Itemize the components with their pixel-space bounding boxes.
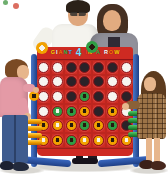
cell-r2c7[interactable] [119,75,133,90]
empty-hole [52,91,63,102]
logo-letter: A [96,50,100,56]
logo-letter: G [51,50,55,56]
girl-shoe [151,161,166,170]
boy-shoe [0,161,14,170]
cell-r5c4[interactable] [78,119,92,134]
cell-r2c5[interactable] [92,75,106,90]
green-disc [79,91,90,102]
girl-leg [154,138,160,162]
logo-letter: A [58,50,62,56]
logo-big-4: 4 [76,48,82,58]
empty-hole [52,76,63,87]
held-green-disc [86,41,98,53]
green-disc [52,106,63,117]
cell-r4c4[interactable] [78,104,92,119]
empty-hole [38,91,49,102]
board-grid [37,60,133,148]
cell-r4c5[interactable] [92,104,106,119]
held-yellow-disc [36,42,48,54]
adult-shoe [72,158,98,164]
woman-face [103,10,121,31]
empty-hole [38,106,49,117]
glasses-icon [70,12,86,16]
logo-letter: R [104,50,108,56]
empty-hole [107,62,118,73]
yellow-disc [93,120,104,131]
logo-letter: O [109,50,113,56]
cell-r3c3[interactable] [64,89,78,104]
game-logo: GIANT4INAROW [51,48,120,58]
yellow-disc [107,106,118,117]
empty-hole [38,62,49,73]
empty-hole [93,76,104,87]
cell-r1c6[interactable] [106,60,120,75]
girl-hand [122,103,129,110]
cell-r4c1[interactable] [37,104,51,119]
cell-r5c3[interactable] [64,119,78,134]
cell-r1c7[interactable] [119,60,133,75]
yellow-disc [93,135,104,146]
cell-r4c2[interactable] [51,104,65,119]
logo-letter: W [114,50,119,56]
cell-r3c4[interactable] [78,89,92,104]
yellow-disc [52,120,63,131]
yellow-disc [79,135,90,146]
green-disc [66,135,77,146]
cell-r6c6[interactable] [106,133,120,148]
board-top-bar: GIANT4INAROW [37,47,133,60]
cell-r5c6[interactable] [106,119,120,134]
boy-jeans [2,115,28,163]
empty-hole [66,91,77,102]
cell-r4c6[interactable] [106,104,120,119]
logo-letter: T [68,50,71,56]
logo-letter: N [63,50,67,56]
empty-hole [93,62,104,73]
cell-r4c3[interactable] [64,104,78,119]
cell-r2c3[interactable] [64,75,78,90]
girl-plaid-dress [137,93,166,139]
cell-r3c1[interactable] [37,89,51,104]
yellow-spare-disc [26,140,42,145]
empty-hole [121,62,132,73]
green-disc [66,106,77,117]
empty-hole [93,106,104,117]
girl-leg [146,138,152,162]
cell-r2c1[interactable] [37,75,51,90]
empty-hole [79,62,90,73]
cell-r1c2[interactable] [51,60,65,75]
empty-hole [93,91,104,102]
empty-hole [107,91,118,102]
boy-hand [33,87,39,93]
empty-hole [66,76,77,87]
cell-r6c4[interactable] [78,133,92,148]
empty-hole [79,76,90,87]
empty-hole [66,62,77,73]
scene-giant-connect-four: GIANT4INAROW [0,0,168,175]
yellow-disc [107,135,118,146]
cell-r5c2[interactable] [51,119,65,134]
girl-face [144,77,156,91]
empty-hole [38,76,49,87]
cell-r1c3[interactable] [64,60,78,75]
boy-shoe [13,162,29,171]
background-speck [13,3,19,9]
yellow-spare-disc [26,126,42,131]
yellow-spare-disc [26,133,42,138]
cell-r5c5[interactable] [92,119,106,134]
yellow-disc [52,135,63,146]
yellow-disc [79,106,90,117]
cell-r6c2[interactable] [51,133,65,148]
yellow-disc-stack [26,119,42,145]
cell-r2c6[interactable] [106,75,120,90]
cell-r2c2[interactable] [51,75,65,90]
cell-r3c2[interactable] [51,89,65,104]
board-base [37,148,133,156]
cell-r6c5[interactable] [92,133,106,148]
green-disc [107,120,118,131]
cell-r3c6[interactable] [106,89,120,104]
background-speck [3,0,8,5]
empty-hole [52,62,63,73]
yellow-disc [66,120,77,131]
empty-hole [121,76,132,87]
cell-r2c4[interactable] [78,75,92,90]
empty-hole [107,76,118,87]
cell-r1c5[interactable] [92,60,106,75]
cell-r1c1[interactable] [37,60,51,75]
cell-r3c5[interactable] [92,89,106,104]
green-disc [79,120,90,131]
cell-r1c4[interactable] [78,60,92,75]
cell-r6c3[interactable] [64,133,78,148]
